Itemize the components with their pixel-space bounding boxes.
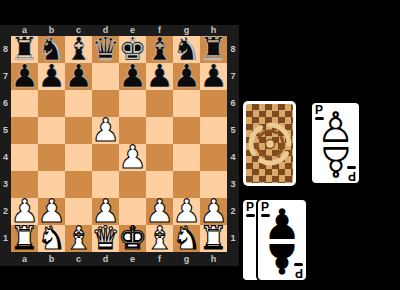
- square-d1[interactable]: ♛: [92, 225, 119, 252]
- square-e7[interactable]: ♟: [119, 63, 146, 90]
- square-b7[interactable]: ♟: [38, 63, 65, 90]
- rank-label-4: 4: [227, 144, 239, 171]
- file-label-c: c: [65, 252, 92, 266]
- white-rook[interactable]: ♜: [199, 225, 228, 252]
- square-c5[interactable]: [65, 117, 92, 144]
- square-g6[interactable]: [173, 90, 200, 117]
- rank-label-2: 2: [0, 198, 11, 225]
- rank-label-5: 5: [0, 117, 11, 144]
- white-rook[interactable]: ♜: [10, 225, 39, 252]
- square-c3[interactable]: [65, 171, 92, 198]
- black-pawn[interactable]: ♟: [10, 63, 39, 90]
- square-g4[interactable]: [173, 144, 200, 171]
- square-c4[interactable]: [65, 144, 92, 171]
- card-rank-label-rotated: P: [294, 263, 303, 278]
- draw-pile-card[interactable]: [243, 101, 296, 186]
- card-rank-label-rotated: P: [347, 166, 356, 181]
- rank-label-7: 7: [227, 63, 239, 90]
- black-pawn[interactable]: ♟: [145, 63, 174, 90]
- white-queen[interactable]: ♛: [91, 225, 120, 252]
- rank-labels-right: 87654321: [227, 36, 239, 252]
- file-label-g: g: [173, 252, 200, 266]
- square-a5[interactable]: [11, 117, 38, 144]
- rank-label-2: 2: [227, 198, 239, 225]
- square-e4[interactable]: ♟: [119, 144, 146, 171]
- square-d4[interactable]: [92, 144, 119, 171]
- white-pawn-card[interactable]: P ♙ ♙ P: [310, 101, 361, 185]
- card-label-underline: [347, 166, 356, 169]
- square-d5[interactable]: ♟: [92, 117, 119, 144]
- chess-board: ♜♞♝♛♚♝♞♜♟♟♟♟♟♟♟♟♟♟♟♟♟♟♟♜♞♝♛♚♝♞♜: [11, 36, 227, 252]
- rank-label-4: 4: [0, 144, 11, 171]
- file-label-d: d: [92, 252, 119, 266]
- rank-label-8: 8: [0, 36, 11, 63]
- square-f1[interactable]: ♝: [146, 225, 173, 252]
- square-g7[interactable]: ♟: [173, 63, 200, 90]
- card-rank-label: P: [246, 202, 255, 217]
- file-labels-bottom: abcdefgh: [11, 252, 227, 266]
- square-c1[interactable]: ♝: [65, 225, 92, 252]
- square-b6[interactable]: [38, 90, 65, 117]
- square-f6[interactable]: [146, 90, 173, 117]
- square-d7[interactable]: [92, 63, 119, 90]
- rank-label-5: 5: [227, 117, 239, 144]
- white-pawn[interactable]: ♟: [91, 117, 120, 144]
- square-b5[interactable]: [38, 117, 65, 144]
- white-pawn[interactable]: ♟: [118, 144, 147, 171]
- card-rank-letter: P: [348, 170, 356, 181]
- black-pawn[interactable]: ♟: [118, 63, 147, 90]
- swirl-icon: [248, 122, 292, 166]
- square-b4[interactable]: [38, 144, 65, 171]
- black-pawn[interactable]: ♟: [37, 63, 66, 90]
- square-h4[interactable]: [200, 144, 227, 171]
- square-a1[interactable]: ♜: [11, 225, 38, 252]
- white-knight[interactable]: ♞: [37, 225, 66, 252]
- square-h1[interactable]: ♜: [200, 225, 227, 252]
- square-a4[interactable]: [11, 144, 38, 171]
- square-h5[interactable]: [200, 117, 227, 144]
- square-b1[interactable]: ♞: [38, 225, 65, 252]
- square-g1[interactable]: ♞: [173, 225, 200, 252]
- rank-label-6: 6: [227, 90, 239, 117]
- file-label-h: h: [200, 252, 227, 266]
- square-h6[interactable]: [200, 90, 227, 117]
- white-knight[interactable]: ♞: [172, 225, 201, 252]
- file-label-a: a: [11, 252, 38, 266]
- card-label-underline: [294, 263, 303, 266]
- square-f7[interactable]: ♟: [146, 63, 173, 90]
- rank-label-3: 3: [227, 171, 239, 198]
- rank-label-7: 7: [0, 63, 11, 90]
- square-g5[interactable]: [173, 117, 200, 144]
- rank-label-8: 8: [227, 36, 239, 63]
- square-f4[interactable]: [146, 144, 173, 171]
- board-frame: abcdefgh ♜♞♝♛♚♝♞♜♟♟♟♟♟♟♟♟♟♟♟♟♟♟♟♜♞♝♛♚♝♞♜…: [0, 25, 239, 266]
- white-bishop[interactable]: ♝: [64, 225, 93, 252]
- square-e6[interactable]: [119, 90, 146, 117]
- black-pawn[interactable]: ♟: [199, 63, 228, 90]
- rank-label-1: 1: [227, 225, 239, 252]
- card-back-pattern: [246, 104, 293, 183]
- card-rank-letter: P: [295, 267, 303, 278]
- file-label-e: e: [119, 252, 146, 266]
- black-queen[interactable]: ♛: [91, 36, 120, 63]
- square-h7[interactable]: ♟: [200, 63, 227, 90]
- file-label-f: f: [146, 252, 173, 266]
- white-bishop[interactable]: ♝: [145, 225, 174, 252]
- rank-label-1: 1: [0, 225, 11, 252]
- square-f5[interactable]: [146, 117, 173, 144]
- square-a7[interactable]: ♟: [11, 63, 38, 90]
- square-c7[interactable]: ♟: [65, 63, 92, 90]
- file-label-b: b: [38, 252, 65, 266]
- square-a6[interactable]: [11, 90, 38, 117]
- square-d8[interactable]: ♛: [92, 36, 119, 63]
- rank-label-3: 3: [0, 171, 11, 198]
- square-e1[interactable]: ♚: [119, 225, 146, 252]
- black-pawn-card-front[interactable]: P ♟ ♟ P: [256, 198, 308, 282]
- square-e3[interactable]: [119, 171, 146, 198]
- black-pawn[interactable]: ♟: [64, 63, 93, 90]
- card-rank-letter: P: [246, 202, 254, 213]
- rank-label-6: 6: [0, 90, 11, 117]
- black-pawn[interactable]: ♟: [172, 63, 201, 90]
- rank-labels-left: 87654321: [0, 36, 11, 252]
- white-king[interactable]: ♚: [118, 225, 147, 252]
- card-label-underline: [246, 214, 255, 217]
- square-c6[interactable]: [65, 90, 92, 117]
